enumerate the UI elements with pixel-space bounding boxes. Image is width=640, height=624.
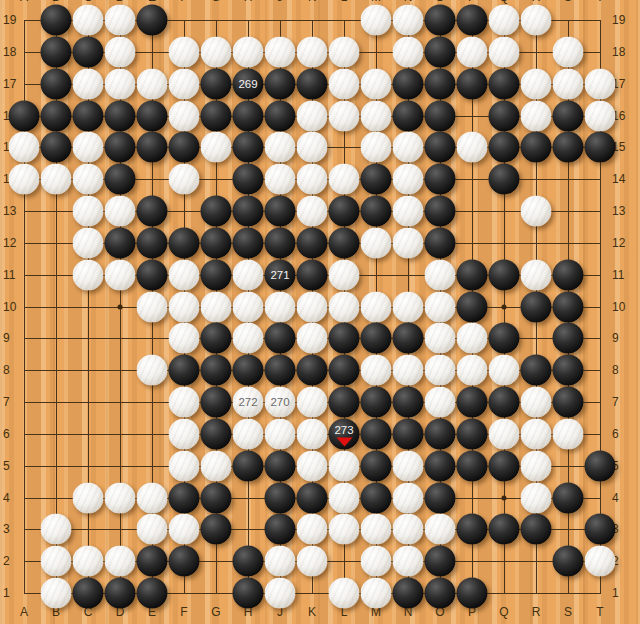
stone-white-M12[interactable] — [361, 228, 392, 259]
col-label-top: S — [564, 0, 572, 3]
stone-black-Q5[interactable] — [489, 451, 520, 482]
stone-black-G6[interactable] — [201, 419, 232, 450]
col-label-top: N — [404, 0, 413, 3]
stone-black-P3[interactable] — [457, 514, 488, 545]
stone-white-J1[interactable] — [265, 578, 296, 609]
stone-black-M7[interactable] — [361, 387, 392, 418]
stone-black-E11[interactable] — [137, 260, 168, 291]
stone-black-E15[interactable] — [137, 132, 168, 163]
stone-black-Q7[interactable] — [489, 387, 520, 418]
stone-white-Q19[interactable] — [489, 5, 520, 36]
stone-black-H2[interactable] — [233, 546, 264, 577]
stone-white-T2[interactable] — [585, 546, 616, 577]
stone-black-S8[interactable] — [553, 355, 584, 386]
col-label-top: J — [277, 0, 283, 3]
stone-black-O14[interactable] — [425, 164, 456, 195]
stone-black-P1[interactable] — [457, 578, 488, 609]
stone-black-C1[interactable] — [73, 578, 104, 609]
stone-black-L6[interactable]: 273 — [329, 419, 360, 450]
stone-black-E2[interactable] — [137, 546, 168, 577]
stone-white-L16[interactable] — [329, 101, 360, 132]
stone-white-D11[interactable] — [105, 260, 136, 291]
stone-black-O1[interactable] — [425, 578, 456, 609]
stone-black-K17[interactable] — [297, 69, 328, 100]
stone-white-A15[interactable] — [9, 132, 40, 163]
stone-black-G12[interactable] — [201, 228, 232, 259]
stone-white-R13[interactable] — [521, 196, 552, 227]
stone-black-J5[interactable] — [265, 451, 296, 482]
stone-white-E3[interactable] — [137, 514, 168, 545]
stone-black-K4[interactable] — [297, 483, 328, 514]
stone-black-O16[interactable] — [425, 101, 456, 132]
stone-black-L12[interactable] — [329, 228, 360, 259]
stone-white-R5[interactable] — [521, 451, 552, 482]
stone-white-S6[interactable] — [553, 419, 584, 450]
stone-white-K14[interactable] — [297, 164, 328, 195]
stone-white-Q18[interactable] — [489, 37, 520, 68]
stone-white-L10[interactable] — [329, 292, 360, 323]
stone-black-H12[interactable] — [233, 228, 264, 259]
row-label-left: 6 — [3, 428, 10, 440]
stone-black-J16[interactable] — [265, 101, 296, 132]
stone-black-N7[interactable] — [393, 387, 424, 418]
stone-white-K2[interactable] — [297, 546, 328, 577]
row-label-left: 18 — [3, 46, 16, 58]
stone-black-P19[interactable] — [457, 5, 488, 36]
col-label-bottom: A — [20, 606, 28, 618]
stone-black-E1[interactable] — [137, 578, 168, 609]
stone-black-E12[interactable] — [137, 228, 168, 259]
stone-white-F18[interactable] — [169, 37, 200, 68]
stone-white-B14[interactable] — [41, 164, 72, 195]
stone-white-P8[interactable] — [457, 355, 488, 386]
col-label-top: P — [468, 0, 476, 3]
stone-black-P17[interactable] — [457, 69, 488, 100]
col-label-bottom: K — [308, 606, 316, 618]
stone-white-L11[interactable] — [329, 260, 360, 291]
stone-black-N16[interactable] — [393, 101, 424, 132]
stone-black-S16[interactable] — [553, 101, 584, 132]
stone-white-L18[interactable] — [329, 37, 360, 68]
stone-white-K10[interactable] — [297, 292, 328, 323]
stone-black-B19[interactable] — [41, 5, 72, 36]
stone-white-K9[interactable] — [297, 323, 328, 354]
stone-black-J13[interactable] — [265, 196, 296, 227]
stone-black-F4[interactable] — [169, 483, 200, 514]
stone-white-N3[interactable] — [393, 514, 424, 545]
stone-black-O4[interactable] — [425, 483, 456, 514]
stone-white-K13[interactable] — [297, 196, 328, 227]
stone-white-F11[interactable] — [169, 260, 200, 291]
stone-black-G9[interactable] — [201, 323, 232, 354]
stone-white-D2[interactable] — [105, 546, 136, 577]
stone-white-G15[interactable] — [201, 132, 232, 163]
stone-white-D13[interactable] — [105, 196, 136, 227]
stone-white-M19[interactable] — [361, 5, 392, 36]
row-label-left: 4 — [3, 492, 10, 504]
stone-black-O13[interactable] — [425, 196, 456, 227]
stone-black-D1[interactable] — [105, 578, 136, 609]
row-label-left: 11 — [3, 269, 15, 281]
stone-white-J2[interactable] — [265, 546, 296, 577]
row-label-right: 7 — [612, 396, 619, 408]
stone-black-T3[interactable] — [585, 514, 616, 545]
col-label-top: Q — [499, 0, 508, 3]
col-label-top: C — [84, 0, 93, 3]
row-label-left: 17 — [3, 78, 16, 90]
stone-white-B3[interactable] — [41, 514, 72, 545]
stone-white-J15[interactable] — [265, 132, 296, 163]
stone-white-O8[interactable] — [425, 355, 456, 386]
stone-black-S10[interactable] — [553, 292, 584, 323]
stone-white-J10[interactable] — [265, 292, 296, 323]
stone-white-K7[interactable] — [297, 387, 328, 418]
stone-black-D16[interactable] — [105, 101, 136, 132]
stone-white-K6[interactable] — [297, 419, 328, 450]
stone-black-R15[interactable] — [521, 132, 552, 163]
stone-black-N9[interactable] — [393, 323, 424, 354]
stone-black-G4[interactable] — [201, 483, 232, 514]
stone-white-A14[interactable] — [9, 164, 40, 195]
stone-white-C4[interactable] — [73, 483, 104, 514]
stone-black-Q3[interactable] — [489, 514, 520, 545]
stone-white-D18[interactable] — [105, 37, 136, 68]
row-label-left: 2 — [3, 555, 10, 567]
stone-white-S17[interactable] — [553, 69, 584, 100]
stone-black-H17[interactable]: 269 — [233, 69, 264, 100]
stone-black-L13[interactable] — [329, 196, 360, 227]
col-label-top: G — [211, 0, 220, 3]
star-point — [118, 305, 123, 310]
stone-white-C12[interactable] — [73, 228, 104, 259]
stone-black-G13[interactable] — [201, 196, 232, 227]
stone-white-J18[interactable] — [265, 37, 296, 68]
row-label-left: 10 — [3, 301, 16, 313]
stone-black-H13[interactable] — [233, 196, 264, 227]
stone-black-Q14[interactable] — [489, 164, 520, 195]
last-move-marker — [336, 438, 352, 447]
star-point — [502, 305, 507, 310]
stone-white-Q6[interactable] — [489, 419, 520, 450]
stone-white-T16[interactable] — [585, 101, 616, 132]
stone-white-Q8[interactable] — [489, 355, 520, 386]
move-number-label: 272 — [238, 396, 257, 408]
stone-black-E19[interactable] — [137, 5, 168, 36]
stone-black-S11[interactable] — [553, 260, 584, 291]
col-label-bottom: G — [211, 606, 220, 618]
stone-white-C11[interactable] — [73, 260, 104, 291]
stone-black-Q11[interactable] — [489, 260, 520, 291]
stone-black-H14[interactable] — [233, 164, 264, 195]
col-label-top: R — [532, 0, 541, 3]
stone-black-T5[interactable] — [585, 451, 616, 482]
stone-white-N13[interactable] — [393, 196, 424, 227]
stone-black-K12[interactable] — [297, 228, 328, 259]
stone-black-O6[interactable] — [425, 419, 456, 450]
stone-white-N12[interactable] — [393, 228, 424, 259]
stone-black-H15[interactable] — [233, 132, 264, 163]
row-label-left: 7 — [3, 396, 10, 408]
stone-black-N1[interactable] — [393, 578, 424, 609]
stone-black-J9[interactable] — [265, 323, 296, 354]
stone-white-L14[interactable] — [329, 164, 360, 195]
stone-white-B2[interactable] — [41, 546, 72, 577]
row-label-right: 6 — [612, 428, 619, 440]
stone-white-M10[interactable] — [361, 292, 392, 323]
stone-white-N10[interactable] — [393, 292, 424, 323]
stone-white-M8[interactable] — [361, 355, 392, 386]
stone-white-D19[interactable] — [105, 5, 136, 36]
stone-black-L9[interactable] — [329, 323, 360, 354]
stone-white-F14[interactable] — [169, 164, 200, 195]
stone-black-D15[interactable] — [105, 132, 136, 163]
stone-black-J8[interactable] — [265, 355, 296, 386]
stone-white-C2[interactable] — [73, 546, 104, 577]
stone-black-B16[interactable] — [41, 101, 72, 132]
stone-white-F10[interactable] — [169, 292, 200, 323]
stone-black-J4[interactable] — [265, 483, 296, 514]
stone-black-Q16[interactable] — [489, 101, 520, 132]
stone-black-S15[interactable] — [553, 132, 584, 163]
stone-black-S4[interactable] — [553, 483, 584, 514]
stone-white-N19[interactable] — [393, 5, 424, 36]
stone-white-O7[interactable] — [425, 387, 456, 418]
row-label-right: 10 — [612, 301, 625, 313]
stone-black-J3[interactable] — [265, 514, 296, 545]
stone-black-F2[interactable] — [169, 546, 200, 577]
stone-white-K18[interactable] — [297, 37, 328, 68]
stone-white-F3[interactable] — [169, 514, 200, 545]
stone-black-M6[interactable] — [361, 419, 392, 450]
stone-black-G11[interactable] — [201, 260, 232, 291]
stone-black-M14[interactable] — [361, 164, 392, 195]
stone-white-D17[interactable] — [105, 69, 136, 100]
stone-black-O15[interactable] — [425, 132, 456, 163]
stone-white-K5[interactable] — [297, 451, 328, 482]
stone-black-M4[interactable] — [361, 483, 392, 514]
stone-white-N4[interactable] — [393, 483, 424, 514]
stone-black-N17[interactable] — [393, 69, 424, 100]
stone-white-F6[interactable] — [169, 419, 200, 450]
row-label-left: 12 — [3, 237, 16, 249]
stone-black-F8[interactable] — [169, 355, 200, 386]
stone-white-M3[interactable] — [361, 514, 392, 545]
stone-white-E10[interactable] — [137, 292, 168, 323]
stone-black-L8[interactable] — [329, 355, 360, 386]
stone-white-C15[interactable] — [73, 132, 104, 163]
stone-white-M16[interactable] — [361, 101, 392, 132]
stone-black-O2[interactable] — [425, 546, 456, 577]
stone-white-O10[interactable] — [425, 292, 456, 323]
stone-black-O18[interactable] — [425, 37, 456, 68]
row-label-right: 13 — [612, 205, 625, 217]
stone-black-C18[interactable] — [73, 37, 104, 68]
stone-white-F5[interactable] — [169, 451, 200, 482]
stone-black-O19[interactable] — [425, 5, 456, 36]
stone-black-K8[interactable] — [297, 355, 328, 386]
stone-black-J17[interactable] — [265, 69, 296, 100]
stone-black-H16[interactable] — [233, 101, 264, 132]
stone-black-M13[interactable] — [361, 196, 392, 227]
col-label-top: F — [180, 0, 187, 3]
col-label-top: L — [341, 0, 348, 3]
stone-white-P15[interactable] — [457, 132, 488, 163]
stone-white-L1[interactable] — [329, 578, 360, 609]
stone-white-G18[interactable] — [201, 37, 232, 68]
stone-black-Q15[interactable] — [489, 132, 520, 163]
stone-black-N6[interactable] — [393, 419, 424, 450]
stone-white-F17[interactable] — [169, 69, 200, 100]
stone-black-Q17[interactable] — [489, 69, 520, 100]
stone-white-R7[interactable] — [521, 387, 552, 418]
go-board[interactable]: 1919181817171616151514141313121211111010… — [0, 0, 640, 624]
stone-white-P9[interactable] — [457, 323, 488, 354]
row-label-right: 18 — [612, 46, 625, 58]
stone-white-C19[interactable] — [73, 5, 104, 36]
stone-black-H8[interactable] — [233, 355, 264, 386]
stone-black-E16[interactable] — [137, 101, 168, 132]
stone-black-G17[interactable] — [201, 69, 232, 100]
stone-black-O12[interactable] — [425, 228, 456, 259]
stone-black-A16[interactable] — [9, 101, 40, 132]
stone-black-E13[interactable] — [137, 196, 168, 227]
stone-black-F15[interactable] — [169, 132, 200, 163]
stone-white-O3[interactable] — [425, 514, 456, 545]
stone-white-F16[interactable] — [169, 101, 200, 132]
stone-white-R11[interactable] — [521, 260, 552, 291]
stone-black-O5[interactable] — [425, 451, 456, 482]
stone-black-M5[interactable] — [361, 451, 392, 482]
stone-white-N15[interactable] — [393, 132, 424, 163]
stone-white-R6[interactable] — [521, 419, 552, 450]
move-number-label: 271 — [270, 269, 289, 281]
stone-black-G8[interactable] — [201, 355, 232, 386]
stone-white-M15[interactable] — [361, 132, 392, 163]
stone-black-P11[interactable] — [457, 260, 488, 291]
stone-white-L5[interactable] — [329, 451, 360, 482]
stone-black-T15[interactable] — [585, 132, 616, 163]
col-label-bottom: Q — [499, 606, 508, 618]
stone-black-R3[interactable] — [521, 514, 552, 545]
stone-white-N5[interactable] — [393, 451, 424, 482]
stone-white-H10[interactable] — [233, 292, 264, 323]
stone-black-B17[interactable] — [41, 69, 72, 100]
stone-white-L17[interactable] — [329, 69, 360, 100]
stone-black-P5[interactable] — [457, 451, 488, 482]
stone-black-B18[interactable] — [41, 37, 72, 68]
stone-white-P18[interactable] — [457, 37, 488, 68]
stone-white-J6[interactable] — [265, 419, 296, 450]
stone-white-G5[interactable] — [201, 451, 232, 482]
stone-black-D12[interactable] — [105, 228, 136, 259]
stone-white-M17[interactable] — [361, 69, 392, 100]
stone-black-P10[interactable] — [457, 292, 488, 323]
stone-white-E8[interactable] — [137, 355, 168, 386]
stone-white-K16[interactable] — [297, 101, 328, 132]
stone-black-F12[interactable] — [169, 228, 200, 259]
stone-black-G16[interactable] — [201, 101, 232, 132]
stone-black-R10[interactable] — [521, 292, 552, 323]
stone-black-C16[interactable] — [73, 101, 104, 132]
col-label-top: M — [371, 0, 381, 3]
stone-white-N14[interactable] — [393, 164, 424, 195]
stone-white-F9[interactable] — [169, 323, 200, 354]
stone-black-O17[interactable] — [425, 69, 456, 100]
move-number-label: 273 — [334, 425, 353, 437]
stone-black-S9[interactable] — [553, 323, 584, 354]
stone-white-H18[interactable] — [233, 37, 264, 68]
stone-white-L4[interactable] — [329, 483, 360, 514]
stone-white-C14[interactable] — [73, 164, 104, 195]
stone-black-P7[interactable] — [457, 387, 488, 418]
row-label-left: 13 — [3, 205, 16, 217]
stone-white-M2[interactable] — [361, 546, 392, 577]
col-label-top: B — [52, 0, 60, 3]
stone-black-H5[interactable] — [233, 451, 264, 482]
stone-black-G3[interactable] — [201, 514, 232, 545]
stone-black-G7[interactable] — [201, 387, 232, 418]
stone-white-R16[interactable] — [521, 101, 552, 132]
stone-black-J12[interactable] — [265, 228, 296, 259]
stone-white-S18[interactable] — [553, 37, 584, 68]
row-label-right: 9 — [612, 332, 619, 344]
stone-white-H9[interactable] — [233, 323, 264, 354]
stone-black-S7[interactable] — [553, 387, 584, 418]
stone-black-B15[interactable] — [41, 132, 72, 163]
stone-white-R4[interactable] — [521, 483, 552, 514]
stone-white-R19[interactable] — [521, 5, 552, 36]
stone-white-N18[interactable] — [393, 37, 424, 68]
stone-black-L7[interactable] — [329, 387, 360, 418]
stone-white-H11[interactable] — [233, 260, 264, 291]
stone-white-O9[interactable] — [425, 323, 456, 354]
stone-white-O11[interactable] — [425, 260, 456, 291]
stone-white-H7[interactable]: 272 — [233, 387, 264, 418]
stone-white-B1[interactable] — [41, 578, 72, 609]
stone-white-F7[interactable] — [169, 387, 200, 418]
stone-white-T17[interactable] — [585, 69, 616, 100]
stone-black-H1[interactable] — [233, 578, 264, 609]
stone-white-J7[interactable]: 270 — [265, 387, 296, 418]
stone-white-N8[interactable] — [393, 355, 424, 386]
col-label-bottom: T — [596, 606, 603, 618]
stone-black-M9[interactable] — [361, 323, 392, 354]
row-label-right: 12 — [612, 237, 625, 249]
stone-white-D4[interactable] — [105, 483, 136, 514]
stone-black-R8[interactable] — [521, 355, 552, 386]
stone-black-K11[interactable] — [297, 260, 328, 291]
stone-white-C17[interactable] — [73, 69, 104, 100]
stone-white-K3[interactable] — [297, 514, 328, 545]
stone-white-K15[interactable] — [297, 132, 328, 163]
stone-white-L3[interactable] — [329, 514, 360, 545]
stone-white-G10[interactable] — [201, 292, 232, 323]
stone-black-Q9[interactable] — [489, 323, 520, 354]
stone-white-M1[interactable] — [361, 578, 392, 609]
stone-white-J14[interactable] — [265, 164, 296, 195]
stone-black-P6[interactable] — [457, 419, 488, 450]
stone-black-D14[interactable] — [105, 164, 136, 195]
stone-white-H6[interactable] — [233, 419, 264, 450]
stone-black-J11[interactable]: 271 — [265, 260, 296, 291]
stone-white-N2[interactable] — [393, 546, 424, 577]
stone-white-C13[interactable] — [73, 196, 104, 227]
stone-white-R17[interactable] — [521, 69, 552, 100]
stone-white-E17[interactable] — [137, 69, 168, 100]
row-label-right: 8 — [612, 364, 619, 376]
stone-black-S2[interactable] — [553, 546, 584, 577]
stone-white-E4[interactable] — [137, 483, 168, 514]
